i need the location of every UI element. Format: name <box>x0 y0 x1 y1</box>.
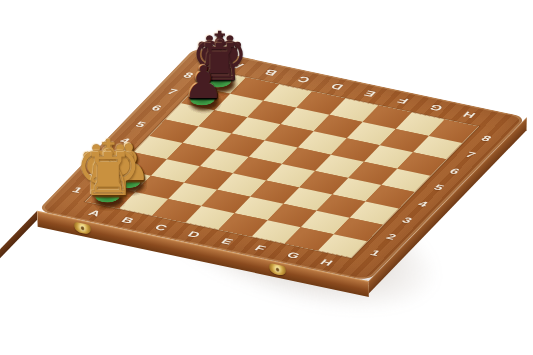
file-label-back-g: G <box>427 103 445 113</box>
file-label-back-h: H <box>460 110 477 120</box>
file-label-back-b: B <box>262 68 279 78</box>
file-label-front-f: F <box>252 243 268 253</box>
board-side-left <box>0 211 37 355</box>
file-label-front-b: B <box>119 215 136 225</box>
chess-set-photo: AABBCCDDEEFFGGHH8877665544332211 ♜♞♝♛♚♝♞… <box>0 0 533 355</box>
file-label-front-e: E <box>219 236 236 246</box>
piece-black-pawn: ♟ <box>183 60 223 105</box>
rank-label-right-3: 3 <box>400 215 415 224</box>
rank-label-right-7: 7 <box>463 150 478 159</box>
rank-label-right-6: 6 <box>447 166 462 175</box>
file-label-back-c: C <box>295 75 312 85</box>
brass-clasp-left <box>74 222 91 236</box>
file-label-front-g: G <box>284 250 302 260</box>
rank-label-right-8: 8 <box>479 134 494 143</box>
file-label-back-f: F <box>395 96 411 106</box>
file-label-back-e: E <box>361 89 378 99</box>
rank-label-right-2: 2 <box>384 232 399 241</box>
brass-clasp-right <box>269 263 286 277</box>
piece-white-rook: ♜ <box>82 145 135 204</box>
rank-label-right-5: 5 <box>431 183 446 192</box>
file-label-front-h: H <box>318 257 335 267</box>
rank-label-right-1: 1 <box>368 248 383 257</box>
file-label-front-d: D <box>185 229 202 239</box>
file-label-back-d: D <box>328 82 345 92</box>
rank-label-left-6: 6 <box>149 103 164 112</box>
rank-label-left-7: 7 <box>165 87 180 96</box>
rank-label-right-4: 4 <box>416 199 431 208</box>
file-label-front-c: C <box>152 222 169 232</box>
